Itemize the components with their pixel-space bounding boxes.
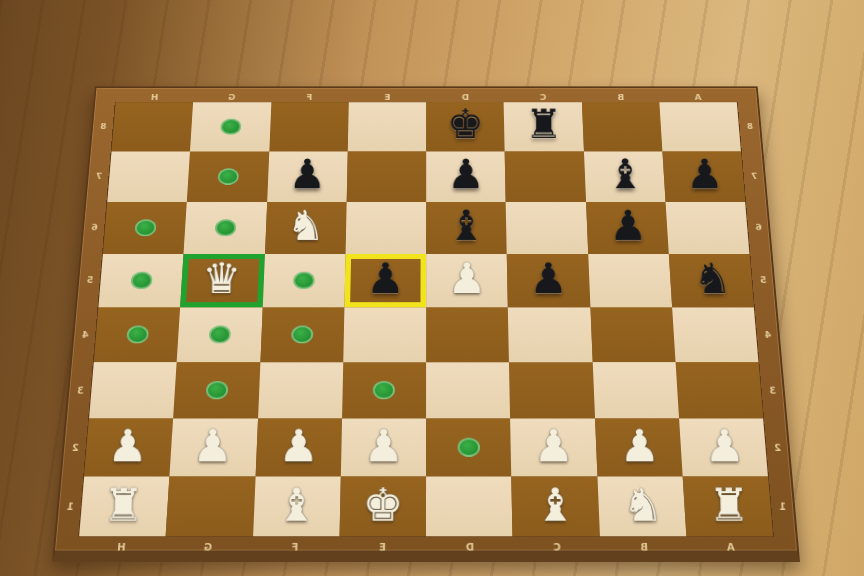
rank-label-left-6: 6 — [90, 223, 97, 232]
piece-white-rook[interactable]: ♜ — [80, 475, 168, 534]
square-d3[interactable] — [426, 362, 510, 418]
square-b4[interactable] — [590, 307, 675, 362]
move-dot-g4 — [209, 326, 232, 344]
square-f5[interactable] — [262, 254, 345, 307]
square-c7[interactable] — [505, 151, 586, 202]
file-label-top-f: F — [306, 93, 312, 101]
move-dot-g7 — [217, 168, 239, 185]
piece-white-pawn[interactable]: ♟ — [85, 417, 171, 475]
square-a4[interactable] — [672, 307, 758, 362]
square-f6[interactable]: ♞ — [265, 202, 347, 254]
board-frame: HGFEDCBA HGFEDCBA 87654321 87654321 ♚♜♟♟… — [52, 86, 800, 562]
move-dot-e3 — [373, 381, 395, 400]
file-label-bottom-e: E — [379, 542, 386, 552]
square-b6[interactable]: ♟ — [586, 202, 669, 254]
file-label-bottom-c: C — [553, 542, 561, 552]
piece-white-pawn[interactable]: ♟ — [255, 417, 341, 475]
rank-label-left-8: 8 — [99, 122, 106, 130]
square-f7[interactable]: ♟ — [267, 151, 348, 202]
square-g7[interactable] — [187, 151, 269, 202]
rank-label-left-5: 5 — [86, 276, 93, 285]
rank-label-right-2: 2 — [773, 443, 781, 453]
square-g6[interactable] — [184, 202, 267, 254]
square-g3[interactable] — [173, 362, 260, 418]
square-c3[interactable] — [509, 362, 594, 418]
file-label-top-h: H — [150, 93, 158, 101]
move-dot-g6 — [214, 219, 236, 236]
piece-black-pawn[interactable]: ♟ — [344, 251, 426, 306]
piece-white-pawn[interactable]: ♟ — [170, 417, 256, 475]
file-label-top-e: E — [384, 93, 390, 101]
square-d5[interactable]: ♟ — [426, 254, 508, 307]
square-g2[interactable]: ♟ — [170, 419, 258, 477]
square-h4[interactable] — [94, 307, 181, 362]
square-d4[interactable] — [426, 307, 509, 362]
file-label-bottom-f: F — [292, 542, 299, 552]
square-c4[interactable] — [508, 307, 592, 362]
square-e5[interactable]: ♟ — [344, 254, 426, 307]
square-h6[interactable] — [103, 202, 187, 254]
file-label-top-b: B — [617, 93, 624, 101]
piece-black-pawn[interactable]: ♟ — [267, 147, 347, 200]
file-label-bottom-a: A — [727, 542, 735, 552]
piece-black-bishop[interactable]: ♝ — [426, 198, 507, 252]
square-e1[interactable]: ♚ — [339, 477, 426, 537]
piece-black-pawn[interactable]: ♟ — [426, 147, 506, 200]
square-g5[interactable]: ♛ — [180, 254, 264, 307]
piece-white-pawn[interactable]: ♟ — [341, 417, 426, 475]
move-dot-h6 — [134, 219, 156, 236]
square-c5[interactable]: ♟ — [507, 254, 590, 307]
square-d7[interactable]: ♟ — [426, 151, 506, 202]
square-e3[interactable] — [342, 362, 426, 418]
square-d6[interactable]: ♝ — [426, 202, 507, 254]
square-f4[interactable] — [260, 307, 344, 362]
square-h2[interactable]: ♟ — [84, 419, 173, 477]
square-a5[interactable]: ♞ — [669, 254, 754, 307]
move-dot-h4 — [126, 326, 149, 344]
square-a2[interactable]: ♟ — [679, 419, 768, 477]
piece-white-knight[interactable]: ♞ — [599, 475, 686, 534]
square-f1[interactable]: ♝ — [253, 477, 341, 537]
square-h5[interactable] — [98, 254, 183, 307]
piece-white-queen[interactable]: ♛ — [181, 251, 263, 306]
chess-board: ♚♜♟♟♝♟♞♝♟♛♟♟♟♞♟♟♟♟♟♟♟♜♝♚♝♞♜ — [78, 102, 774, 538]
square-f8[interactable] — [269, 102, 349, 151]
square-e2[interactable]: ♟ — [341, 419, 426, 477]
rank-label-right-5: 5 — [759, 276, 766, 285]
square-a1[interactable]: ♜ — [682, 477, 772, 537]
square-b3[interactable] — [592, 362, 679, 418]
piece-black-pawn[interactable]: ♟ — [587, 198, 668, 252]
piece-white-pawn[interactable]: ♟ — [681, 417, 767, 475]
square-c1[interactable]: ♝ — [512, 477, 600, 537]
square-g1[interactable] — [166, 477, 255, 537]
square-h7[interactable] — [107, 151, 190, 202]
piece-white-pawn[interactable]: ♟ — [511, 417, 597, 475]
piece-black-pawn[interactable]: ♟ — [664, 147, 744, 200]
file-labels-bottom: HGFEDCBA — [77, 536, 775, 551]
square-f3[interactable] — [258, 362, 343, 418]
square-a3[interactable] — [675, 362, 763, 418]
move-dot-g3 — [205, 381, 228, 400]
piece-white-bishop[interactable]: ♝ — [512, 475, 599, 534]
file-label-bottom-g: G — [204, 542, 213, 552]
piece-white-king[interactable]: ♚ — [339, 475, 426, 534]
square-b1[interactable]: ♞ — [597, 477, 686, 537]
square-b5[interactable] — [588, 254, 672, 307]
square-f2[interactable]: ♟ — [255, 419, 342, 477]
file-label-top-a: A — [695, 93, 702, 101]
piece-black-rook[interactable]: ♜ — [505, 98, 584, 150]
move-dot-g8 — [220, 119, 241, 135]
square-d1[interactable] — [426, 477, 513, 537]
piece-white-pawn[interactable]: ♟ — [596, 417, 682, 475]
rank-label-right-7: 7 — [750, 172, 757, 181]
file-label-bottom-h: H — [116, 542, 125, 552]
rank-label-right-8: 8 — [746, 122, 753, 130]
square-a8[interactable] — [659, 102, 741, 151]
table-surface: HGFEDCBA HGFEDCBA 87654321 87654321 ♚♜♟♟… — [52, 2, 804, 574]
square-g4[interactable] — [177, 307, 262, 362]
rank-label-left-3: 3 — [76, 386, 84, 396]
square-e8[interactable] — [348, 102, 427, 151]
file-label-top-d: D — [461, 93, 468, 101]
rank-label-right-1: 1 — [778, 502, 786, 512]
piece-black-pawn[interactable]: ♟ — [508, 251, 590, 306]
piece-white-bishop[interactable]: ♝ — [253, 475, 340, 534]
move-dot-d2 — [457, 438, 480, 457]
square-g8[interactable] — [190, 102, 271, 151]
file-label-top-c: C — [539, 93, 546, 101]
move-dot-f5 — [293, 272, 315, 290]
square-b8[interactable] — [581, 102, 662, 151]
square-h3[interactable] — [89, 362, 177, 418]
square-d2[interactable] — [426, 419, 511, 477]
square-c8[interactable]: ♜ — [504, 102, 584, 151]
square-e7[interactable] — [346, 151, 426, 202]
square-c2[interactable]: ♟ — [510, 419, 597, 477]
file-label-top-g: G — [228, 93, 236, 101]
square-b2[interactable]: ♟ — [595, 419, 683, 477]
rank-label-left-2: 2 — [71, 443, 79, 453]
piece-white-knight[interactable]: ♞ — [265, 198, 346, 252]
rank-label-right-6: 6 — [755, 223, 762, 232]
square-h8[interactable] — [112, 102, 194, 151]
rank-label-left-4: 4 — [81, 330, 88, 339]
file-label-bottom-d: D — [465, 542, 473, 552]
move-dot-h5 — [130, 272, 153, 290]
rank-label-left-1: 1 — [66, 502, 74, 512]
square-b7[interactable]: ♝ — [584, 151, 666, 202]
square-h1[interactable]: ♜ — [79, 477, 169, 537]
file-label-bottom-b: B — [640, 542, 648, 552]
move-dot-f4 — [291, 326, 313, 344]
rank-label-left-7: 7 — [95, 172, 102, 181]
square-e6[interactable] — [345, 202, 426, 254]
piece-white-pawn[interactable]: ♟ — [426, 251, 508, 306]
square-d8[interactable]: ♚ — [426, 102, 505, 151]
rank-label-right-3: 3 — [768, 386, 776, 396]
square-a7[interactable]: ♟ — [662, 151, 745, 202]
square-c6[interactable] — [506, 202, 588, 254]
piece-black-knight[interactable]: ♞ — [671, 251, 754, 306]
square-a6[interactable] — [665, 202, 749, 254]
piece-white-rook[interactable]: ♜ — [685, 475, 773, 534]
rank-label-right-4: 4 — [764, 330, 771, 339]
piece-black-bishop[interactable]: ♝ — [585, 147, 665, 200]
piece-black-king[interactable]: ♚ — [426, 98, 505, 150]
square-e4[interactable] — [343, 307, 426, 362]
